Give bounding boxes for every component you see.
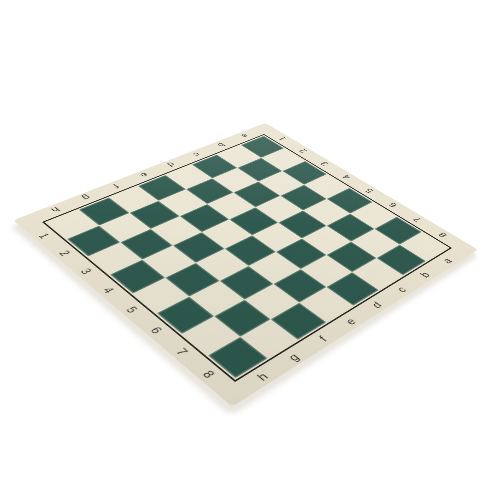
rank-label-hfile-edge-2: 2 xyxy=(43,241,88,265)
rank-label-hfile-edge-4: 4 xyxy=(86,277,132,304)
rank-label-hfile-edge-3: 3 xyxy=(64,258,110,283)
board-frame xyxy=(42,134,452,382)
rank-label-hfile-edge-6: 6 xyxy=(133,315,181,344)
board-grid xyxy=(47,136,448,378)
product-photo-canvas: aa88bb77cc66dd55ee44ff33gg22hh11 xyxy=(0,0,500,500)
chessboard-mat: aa88bb77cc66dd55ee44ff33gg22hh11 xyxy=(13,123,478,407)
rank-label-hfile-edge-5: 5 xyxy=(109,296,156,324)
rank-label-hfile-edge-1: 1 xyxy=(22,224,67,247)
